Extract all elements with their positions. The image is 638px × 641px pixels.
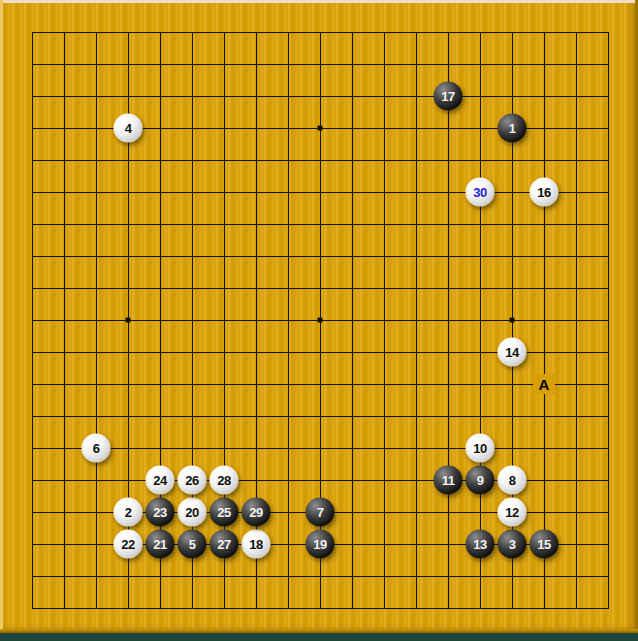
move-number: 23: [153, 506, 166, 519]
move-number: 30: [473, 186, 486, 199]
move-number: 12: [505, 506, 518, 519]
move-number: 5: [189, 538, 196, 551]
stone-black-G4[interactable]: 25: [210, 498, 239, 527]
move-number: 7: [317, 506, 324, 519]
move-number: 18: [249, 538, 262, 551]
move-number: 11: [442, 474, 455, 487]
stone-black-E4[interactable]: 23: [146, 498, 175, 527]
stone-white-F4[interactable]: 20: [178, 498, 207, 527]
stone-white-G5[interactable]: 28: [210, 466, 239, 495]
stone-black-O17[interactable]: 17: [434, 82, 463, 111]
move-number: 29: [249, 506, 262, 519]
star-point: [318, 318, 323, 323]
star-point: [126, 318, 131, 323]
stone-white-D4[interactable]: 2: [114, 498, 143, 527]
go-board-window: 1234567891011121314151617181920212223242…: [0, 0, 638, 641]
move-number: 2: [125, 506, 132, 519]
move-number: 22: [121, 538, 134, 551]
stone-white-F5[interactable]: 26: [178, 466, 207, 495]
move-number: 20: [185, 506, 198, 519]
move-number: 4: [125, 122, 132, 135]
move-number: 24: [153, 474, 166, 487]
board-bevel-top: [0, 0, 638, 3]
stone-black-H4[interactable]: 29: [242, 498, 271, 527]
move-number: 15: [537, 538, 550, 551]
move-number: 21: [153, 538, 166, 551]
stone-black-O5[interactable]: 11: [434, 466, 463, 495]
star-point: [510, 318, 515, 323]
board-bevel-left: [0, 0, 3, 633]
stone-white-D3[interactable]: 22: [114, 530, 143, 559]
board-bottom-edge: [0, 629, 638, 633]
stone-white-D16[interactable]: 4: [114, 114, 143, 143]
stone-black-Q3[interactable]: 3: [498, 530, 527, 559]
stone-white-Q9[interactable]: 14: [498, 338, 527, 367]
stone-black-Q16[interactable]: 1: [498, 114, 527, 143]
move-number: 1: [509, 122, 516, 135]
go-board[interactable]: 1234567891011121314151617181920212223242…: [0, 0, 638, 633]
stone-white-Q4[interactable]: 12: [498, 498, 527, 527]
move-number: 17: [441, 90, 454, 103]
stone-black-G3[interactable]: 27: [210, 530, 239, 559]
move-number: 28: [217, 474, 230, 487]
move-number: 3: [509, 538, 516, 551]
move-number: 14: [505, 346, 518, 359]
move-number: 27: [217, 538, 230, 551]
stone-black-P5[interactable]: 9: [466, 466, 495, 495]
point-label-A-R8[interactable]: A: [533, 374, 555, 394]
stone-black-K4[interactable]: 7: [306, 498, 335, 527]
move-number: 6: [93, 442, 100, 455]
stone-black-K3[interactable]: 19: [306, 530, 335, 559]
move-number: 10: [473, 442, 486, 455]
move-number: 8: [509, 474, 516, 487]
move-number: 25: [217, 506, 230, 519]
stone-black-E3[interactable]: 21: [146, 530, 175, 559]
move-number: 26: [185, 474, 198, 487]
stone-white-R14[interactable]: 16: [530, 178, 559, 207]
move-number: 19: [313, 538, 326, 551]
stone-white-H3[interactable]: 18: [242, 530, 271, 559]
star-point: [318, 126, 323, 131]
move-number: 13: [473, 538, 486, 551]
stone-black-F3[interactable]: 5: [178, 530, 207, 559]
stone-black-R3[interactable]: 15: [530, 530, 559, 559]
stone-white-Q5[interactable]: 8: [498, 466, 527, 495]
stone-white-C6[interactable]: 6: [82, 434, 111, 463]
stone-white-P6[interactable]: 10: [466, 434, 495, 463]
stone-black-P3[interactable]: 13: [466, 530, 495, 559]
stone-white-E5[interactable]: 24: [146, 466, 175, 495]
move-number: 9: [477, 474, 484, 487]
stone-white-P14[interactable]: 30: [466, 178, 495, 207]
move-number: 16: [537, 186, 550, 199]
